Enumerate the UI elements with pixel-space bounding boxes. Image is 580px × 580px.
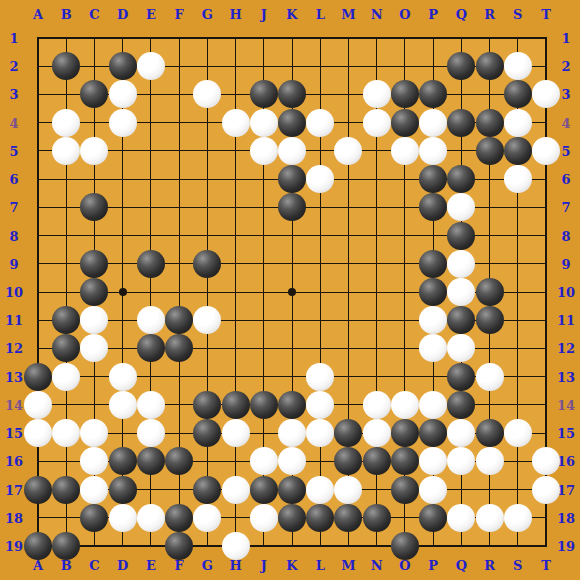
stone-white-B13[interactable]	[52, 363, 80, 391]
stone-white-D18[interactable]	[109, 504, 137, 532]
stone-white-C16[interactable]	[80, 447, 108, 475]
stone-white-L4[interactable]	[306, 109, 334, 137]
col-label-top-R: R	[484, 7, 495, 22]
stone-black-S5[interactable]	[504, 137, 532, 165]
stone-white-N3[interactable]	[363, 80, 391, 108]
stone-white-L14[interactable]	[306, 391, 334, 419]
col-label-bottom-P: P	[428, 558, 438, 573]
row-label-left-11: 11	[5, 313, 23, 328]
stone-black-O16[interactable]	[391, 447, 419, 475]
stone-black-P7[interactable]	[419, 193, 447, 221]
stone-black-D17[interactable]	[109, 476, 137, 504]
col-label-top-A: A	[33, 7, 43, 22]
row-label-right-19: 19	[557, 539, 575, 554]
row-label-left-15: 15	[5, 426, 23, 441]
stone-black-K4[interactable]	[278, 109, 306, 137]
col-label-top-G: G	[202, 7, 213, 22]
col-label-bottom-L: L	[316, 558, 325, 573]
stone-black-P15[interactable]	[419, 419, 447, 447]
stone-white-N15[interactable]	[363, 419, 391, 447]
stone-white-N14[interactable]	[363, 391, 391, 419]
col-label-top-F: F	[174, 7, 183, 22]
col-label-top-J: J	[261, 7, 267, 22]
stone-black-N18[interactable]	[363, 504, 391, 532]
stone-white-P14[interactable]	[419, 391, 447, 419]
row-label-right-6: 6	[561, 172, 570, 187]
stone-black-Q6[interactable]	[447, 165, 475, 193]
star-point-D10	[119, 288, 127, 296]
stone-black-F19[interactable]	[165, 532, 193, 560]
stone-white-S6[interactable]	[504, 165, 532, 193]
stone-white-O5[interactable]	[391, 137, 419, 165]
stone-white-K5[interactable]	[278, 137, 306, 165]
stone-white-P5[interactable]	[419, 137, 447, 165]
row-label-right-18: 18	[557, 510, 575, 525]
stone-black-S3[interactable]	[504, 80, 532, 108]
row-label-right-15: 15	[557, 426, 575, 441]
col-label-top-D: D	[117, 7, 128, 22]
stone-white-E15[interactable]	[137, 419, 165, 447]
stone-black-M16[interactable]	[334, 447, 362, 475]
stone-black-L18[interactable]	[306, 504, 334, 532]
col-label-bottom-D: D	[117, 558, 128, 573]
stone-black-J14[interactable]	[250, 391, 278, 419]
stone-white-C17[interactable]	[80, 476, 108, 504]
row-label-right-7: 7	[561, 200, 570, 215]
col-label-bottom-S: S	[513, 558, 522, 573]
stone-white-T3[interactable]	[532, 80, 560, 108]
stone-white-B5[interactable]	[52, 137, 80, 165]
row-label-right-12: 12	[557, 341, 575, 356]
row-label-right-2: 2	[561, 59, 570, 74]
stone-white-H4[interactable]	[222, 109, 250, 137]
stone-black-A19[interactable]	[24, 532, 52, 560]
row-label-left-13: 13	[5, 369, 23, 384]
row-label-left-18: 18	[5, 510, 23, 525]
col-label-top-E: E	[146, 7, 156, 22]
stone-black-P10[interactable]	[419, 278, 447, 306]
stone-white-A14[interactable]	[24, 391, 52, 419]
stone-black-R11[interactable]	[476, 306, 504, 334]
stone-white-P17[interactable]	[419, 476, 447, 504]
row-label-right-9: 9	[561, 256, 570, 271]
stone-white-Q16[interactable]	[447, 447, 475, 475]
stone-black-Q8[interactable]	[447, 222, 475, 250]
col-label-top-S: S	[513, 7, 522, 22]
stone-white-E11[interactable]	[137, 306, 165, 334]
stone-black-F11[interactable]	[165, 306, 193, 334]
col-label-top-O: O	[399, 7, 410, 22]
stone-black-P9[interactable]	[419, 250, 447, 278]
col-label-top-M: M	[341, 7, 355, 22]
row-label-left-7: 7	[9, 200, 18, 215]
stone-white-H17[interactable]	[222, 476, 250, 504]
stone-white-S2[interactable]	[504, 52, 532, 80]
stone-white-S4[interactable]	[504, 109, 532, 137]
star-point-K10	[288, 288, 296, 296]
stone-white-L17[interactable]	[306, 476, 334, 504]
stone-black-E9[interactable]	[137, 250, 165, 278]
row-label-right-3: 3	[561, 87, 570, 102]
row-label-left-1: 1	[9, 31, 18, 46]
row-label-right-11: 11	[557, 313, 575, 328]
stone-black-A13[interactable]	[24, 363, 52, 391]
stone-black-G14[interactable]	[193, 391, 221, 419]
stone-black-K14[interactable]	[278, 391, 306, 419]
col-label-bottom-N: N	[371, 558, 383, 573]
col-label-bottom-J: J	[261, 558, 267, 573]
stone-white-E14[interactable]	[137, 391, 165, 419]
stone-white-J4[interactable]	[250, 109, 278, 137]
row-label-right-5: 5	[561, 143, 570, 158]
stone-white-A15[interactable]	[24, 419, 52, 447]
row-label-left-4: 4	[9, 115, 18, 130]
stone-black-C10[interactable]	[80, 278, 108, 306]
stone-white-J16[interactable]	[250, 447, 278, 475]
stone-white-D4[interactable]	[109, 109, 137, 137]
stone-black-D16[interactable]	[109, 447, 137, 475]
stone-black-E12[interactable]	[137, 334, 165, 362]
row-label-left-10: 10	[5, 285, 23, 300]
stone-white-M17[interactable]	[334, 476, 362, 504]
stone-black-K7[interactable]	[278, 193, 306, 221]
stone-black-R15[interactable]	[476, 419, 504, 447]
stone-black-O3[interactable]	[391, 80, 419, 108]
stone-black-D2[interactable]	[109, 52, 137, 80]
go-board-canvas[interactable]: AABBCCDDEEFFGGHHJJKKLLMMNNOOPPQQRRSSTT11…	[0, 0, 580, 580]
stone-black-P6[interactable]	[419, 165, 447, 193]
row-label-right-1: 1	[561, 31, 570, 46]
stone-white-G11[interactable]	[193, 306, 221, 334]
row-label-left-2: 2	[9, 59, 18, 74]
col-label-top-P: P	[428, 7, 438, 22]
stone-black-F18[interactable]	[165, 504, 193, 532]
stone-black-O15[interactable]	[391, 419, 419, 447]
col-label-bottom-R: R	[484, 558, 495, 573]
stone-white-C11[interactable]	[80, 306, 108, 334]
stone-white-D13[interactable]	[109, 363, 137, 391]
stone-black-K3[interactable]	[278, 80, 306, 108]
col-label-top-Q: Q	[456, 7, 467, 22]
stone-black-C7[interactable]	[80, 193, 108, 221]
stone-white-G18[interactable]	[193, 504, 221, 532]
stone-black-Q2[interactable]	[447, 52, 475, 80]
col-label-bottom-K: K	[286, 558, 297, 573]
stone-black-M15[interactable]	[334, 419, 362, 447]
stone-black-A17[interactable]	[24, 476, 52, 504]
col-label-bottom-Q: Q	[456, 558, 467, 573]
col-label-top-T: T	[541, 7, 551, 22]
row-label-right-14: 14	[557, 397, 575, 412]
stone-black-E16[interactable]	[137, 447, 165, 475]
stone-black-O4[interactable]	[391, 109, 419, 137]
stone-black-Q13[interactable]	[447, 363, 475, 391]
stone-white-G3[interactable]	[193, 80, 221, 108]
stone-white-S15[interactable]	[504, 419, 532, 447]
stone-white-K16[interactable]	[278, 447, 306, 475]
stone-black-J3[interactable]	[250, 80, 278, 108]
row-label-right-10: 10	[557, 285, 575, 300]
stone-black-B17[interactable]	[52, 476, 80, 504]
stone-white-N4[interactable]	[363, 109, 391, 137]
stone-white-L15[interactable]	[306, 419, 334, 447]
row-label-left-3: 3	[9, 87, 18, 102]
row-label-right-4: 4	[561, 115, 570, 130]
col-label-top-N: N	[371, 7, 383, 22]
row-label-left-16: 16	[5, 454, 23, 469]
grid-hline	[37, 545, 547, 547]
stone-white-H15[interactable]	[222, 419, 250, 447]
stone-white-B15[interactable]	[52, 419, 80, 447]
stone-black-Q14[interactable]	[447, 391, 475, 419]
stone-white-K15[interactable]	[278, 419, 306, 447]
row-label-right-13: 13	[557, 369, 575, 384]
stone-white-C12[interactable]	[80, 334, 108, 362]
row-label-left-8: 8	[9, 228, 18, 243]
stone-white-R13[interactable]	[476, 363, 504, 391]
row-label-left-6: 6	[9, 172, 18, 187]
stone-black-K6[interactable]	[278, 165, 306, 193]
stone-black-R2[interactable]	[476, 52, 504, 80]
stone-white-D14[interactable]	[109, 391, 137, 419]
stone-black-K17[interactable]	[278, 476, 306, 504]
stone-black-J17[interactable]	[250, 476, 278, 504]
stone-white-B4[interactable]	[52, 109, 80, 137]
stone-black-O17[interactable]	[391, 476, 419, 504]
stone-black-B19[interactable]	[52, 532, 80, 560]
col-label-top-L: L	[316, 7, 325, 22]
col-label-bottom-E: E	[146, 558, 156, 573]
stone-black-B12[interactable]	[52, 334, 80, 362]
stone-white-C5[interactable]	[80, 137, 108, 165]
stone-black-P3[interactable]	[419, 80, 447, 108]
col-label-bottom-C: C	[89, 558, 99, 573]
col-label-top-H: H	[229, 7, 241, 22]
stone-white-O14[interactable]	[391, 391, 419, 419]
stone-white-T16[interactable]	[532, 447, 560, 475]
stone-white-T17[interactable]	[532, 476, 560, 504]
col-label-bottom-M: M	[341, 558, 355, 573]
stone-black-C3[interactable]	[80, 80, 108, 108]
stone-black-B2[interactable]	[52, 52, 80, 80]
stone-black-B11[interactable]	[52, 306, 80, 334]
row-label-left-5: 5	[9, 143, 18, 158]
stone-black-C18[interactable]	[80, 504, 108, 532]
stone-white-Q15[interactable]	[447, 419, 475, 447]
stone-white-S18[interactable]	[504, 504, 532, 532]
stone-white-L6[interactable]	[306, 165, 334, 193]
stone-white-D3[interactable]	[109, 80, 137, 108]
row-label-left-17: 17	[5, 482, 23, 497]
row-label-left-19: 19	[5, 539, 23, 554]
stone-white-Q7[interactable]	[447, 193, 475, 221]
stone-white-L13[interactable]	[306, 363, 334, 391]
stone-black-F12[interactable]	[165, 334, 193, 362]
stone-white-E2[interactable]	[137, 52, 165, 80]
stone-black-M18[interactable]	[334, 504, 362, 532]
stone-white-J5[interactable]	[250, 137, 278, 165]
stone-white-M5[interactable]	[334, 137, 362, 165]
row-label-left-14: 14	[5, 397, 23, 412]
stone-white-C15[interactable]	[80, 419, 108, 447]
col-label-top-C: C	[89, 7, 99, 22]
stone-black-R10[interactable]	[476, 278, 504, 306]
stone-white-Q12[interactable]	[447, 334, 475, 362]
row-label-left-9: 9	[9, 256, 18, 271]
stone-black-O19[interactable]	[391, 532, 419, 560]
stone-black-R5[interactable]	[476, 137, 504, 165]
stone-white-J18[interactable]	[250, 504, 278, 532]
stone-black-R4[interactable]	[476, 109, 504, 137]
stone-black-C9[interactable]	[80, 250, 108, 278]
stone-black-N16[interactable]	[363, 447, 391, 475]
col-label-top-B: B	[61, 7, 72, 22]
stone-white-H19[interactable]	[222, 532, 250, 560]
stone-black-Q11[interactable]	[447, 306, 475, 334]
col-label-top-K: K	[286, 7, 297, 22]
stone-white-T5[interactable]	[532, 137, 560, 165]
stone-white-P12[interactable]	[419, 334, 447, 362]
row-label-right-8: 8	[561, 228, 570, 243]
col-label-bottom-G: G	[202, 558, 213, 573]
stone-black-G15[interactable]	[193, 419, 221, 447]
stone-white-E18[interactable]	[137, 504, 165, 532]
stone-black-H14[interactable]	[222, 391, 250, 419]
row-label-left-12: 12	[5, 341, 23, 356]
stone-white-R16[interactable]	[476, 447, 504, 475]
col-label-bottom-T: T	[541, 558, 551, 573]
stone-black-F16[interactable]	[165, 447, 193, 475]
stone-white-R18[interactable]	[476, 504, 504, 532]
stone-black-K18[interactable]	[278, 504, 306, 532]
stone-white-P11[interactable]	[419, 306, 447, 334]
stone-black-G9[interactable]	[193, 250, 221, 278]
stone-white-Q9[interactable]	[447, 250, 475, 278]
stone-black-Q4[interactable]	[447, 109, 475, 137]
stone-white-P16[interactable]	[419, 447, 447, 475]
stone-black-P18[interactable]	[419, 504, 447, 532]
stone-white-P4[interactable]	[419, 109, 447, 137]
stone-white-Q18[interactable]	[447, 504, 475, 532]
stone-black-G17[interactable]	[193, 476, 221, 504]
stone-white-Q10[interactable]	[447, 278, 475, 306]
